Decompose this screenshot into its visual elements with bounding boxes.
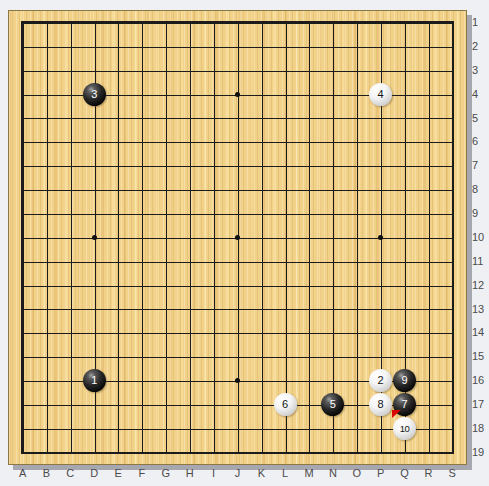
row-label-17: 17 <box>472 399 489 410</box>
row-label-15: 15 <box>472 351 489 362</box>
col-label-C: C <box>62 467 78 479</box>
stone-black-3[interactable]: 3 <box>83 83 106 106</box>
stone-number: 5 <box>330 399 336 410</box>
row-label-4: 4 <box>472 89 489 100</box>
row-label-11: 11 <box>472 256 489 267</box>
row-label-2: 2 <box>472 41 489 52</box>
last-move-marker <box>392 410 401 418</box>
row-label-12: 12 <box>472 280 489 291</box>
col-label-M: M <box>301 467 317 479</box>
stone-number: 2 <box>378 375 384 386</box>
col-label-J: J <box>229 467 245 479</box>
col-label-E: E <box>110 467 126 479</box>
row-label-3: 3 <box>472 65 489 76</box>
stone-number: 3 <box>91 89 97 100</box>
row-label-9: 9 <box>472 208 489 219</box>
star-point-D10 <box>92 235 97 240</box>
stone-number: 4 <box>378 89 384 100</box>
col-label-O: O <box>349 467 365 479</box>
col-label-N: N <box>325 467 341 479</box>
col-label-B: B <box>38 467 54 479</box>
row-label-18: 18 <box>472 423 489 434</box>
stone-number: 6 <box>282 399 288 410</box>
col-label-A: A <box>15 467 31 479</box>
stone-number: 7 <box>401 399 407 410</box>
col-label-I: I <box>206 467 222 479</box>
stone-number: 1 <box>91 375 97 386</box>
star-point-J4 <box>235 92 240 97</box>
stone-black-1[interactable]: 1 <box>83 369 106 392</box>
col-label-G: G <box>158 467 174 479</box>
go-board-panel: 12345678910 ABCDEFGHIJKLMNOPQRS123456789… <box>0 0 489 486</box>
star-point-J10 <box>235 235 240 240</box>
row-label-1: 1 <box>472 17 489 28</box>
col-label-F: F <box>134 467 150 479</box>
stone-black-9[interactable]: 9 <box>393 369 416 392</box>
row-label-19: 19 <box>472 447 489 458</box>
col-label-K: K <box>253 467 269 479</box>
row-label-6: 6 <box>472 136 489 147</box>
row-label-8: 8 <box>472 184 489 195</box>
stone-white-6[interactable]: 6 <box>274 393 297 416</box>
col-label-Q: Q <box>397 467 413 479</box>
stone-white-4[interactable]: 4 <box>369 83 392 106</box>
col-label-R: R <box>420 467 436 479</box>
stone-number: 8 <box>378 399 384 410</box>
col-label-D: D <box>86 467 102 479</box>
col-label-S: S <box>444 467 460 479</box>
row-label-7: 7 <box>472 160 489 171</box>
stone-number: 10 <box>400 424 410 434</box>
row-label-10: 10 <box>472 232 489 243</box>
row-label-13: 13 <box>472 304 489 315</box>
stone-white-8[interactable]: 8 <box>369 393 392 416</box>
stone-white-10[interactable]: 10 <box>393 417 416 440</box>
row-label-16: 16 <box>472 375 489 386</box>
col-label-P: P <box>373 467 389 479</box>
stone-number: 9 <box>401 375 407 386</box>
row-label-5: 5 <box>472 113 489 124</box>
col-label-L: L <box>277 467 293 479</box>
col-label-H: H <box>182 467 198 479</box>
row-label-14: 14 <box>472 327 489 338</box>
